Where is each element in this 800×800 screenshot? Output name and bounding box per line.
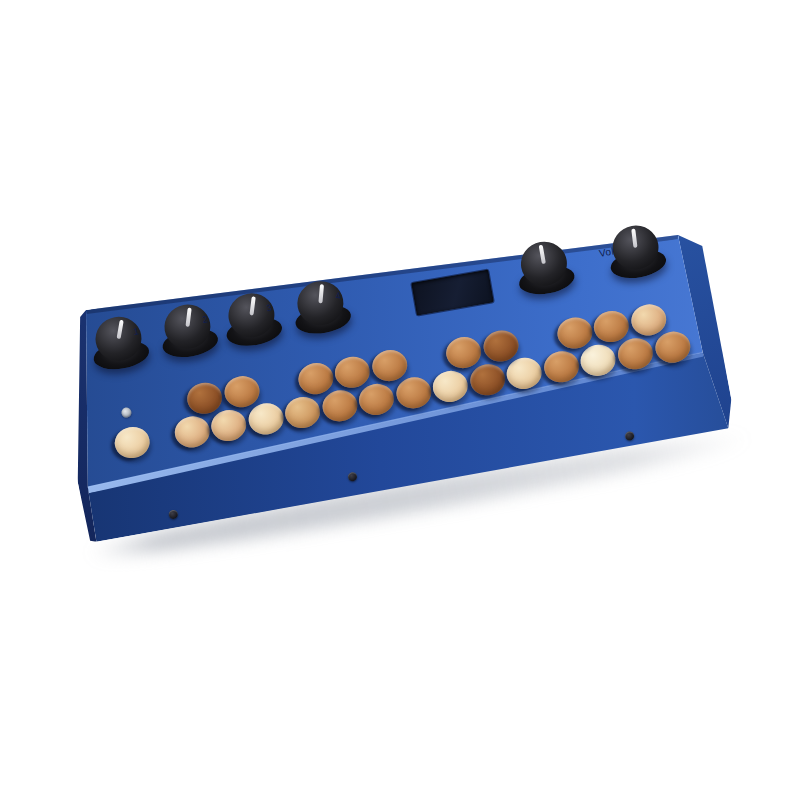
front-screw-2 [347,471,357,481]
knob-1[interactable] [87,312,151,373]
knob-4[interactable] [289,277,353,338]
photo-background: 1234Vol [0,0,800,800]
synthesizer-device: 1234Vol [47,195,783,582]
front-screw-1 [168,509,178,519]
knob-5[interactable] [513,237,577,298]
knob-2[interactable] [156,300,220,361]
front-screw-3 [624,430,634,440]
knob-3[interactable] [220,289,284,350]
